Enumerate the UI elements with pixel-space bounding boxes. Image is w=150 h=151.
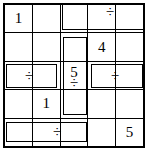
cell-r3c4[interactable] xyxy=(116,90,143,117)
puzzle-page: 1 4 1 5 ÷ ÷ ÷ ÷ 5 ÷ xyxy=(0,0,150,151)
cage-left-label: ÷ xyxy=(25,69,33,84)
cage-vertical-label: 5 ÷ xyxy=(70,67,78,89)
cell-r1c2[interactable] xyxy=(61,33,88,60)
cell-r0c0[interactable]: 1 xyxy=(5,5,32,32)
cell-r1c4[interactable] xyxy=(116,33,143,60)
cell-r3c3[interactable] xyxy=(88,90,115,117)
cell-r3c2[interactable] xyxy=(61,90,88,117)
cell-r4c0[interactable] xyxy=(5,119,32,146)
cell-r1c1[interactable] xyxy=(33,33,60,60)
cage-vertical-op: ÷ xyxy=(70,78,78,89)
cell-r0c1[interactable] xyxy=(33,5,60,32)
cage-bottom-label: ÷ xyxy=(53,125,61,140)
cell-r4c3[interactable] xyxy=(88,119,115,146)
cage-top-label: ÷ xyxy=(106,5,114,20)
cell-r4c2[interactable] xyxy=(61,119,88,146)
cell-r3c0[interactable] xyxy=(5,90,32,117)
cell-r0c4[interactable] xyxy=(116,5,143,32)
cell-r1c0[interactable] xyxy=(5,33,32,60)
cage-right-label: ÷ xyxy=(111,69,119,84)
cell-r2c4[interactable] xyxy=(116,62,143,89)
cell-r2c1[interactable] xyxy=(33,62,60,89)
cell-r0c2[interactable] xyxy=(61,5,88,32)
cell-r3c1[interactable]: 1 xyxy=(33,90,60,117)
cell-r4c4[interactable]: 5 xyxy=(116,119,143,146)
cell-r1c3[interactable]: 4 xyxy=(88,33,115,60)
